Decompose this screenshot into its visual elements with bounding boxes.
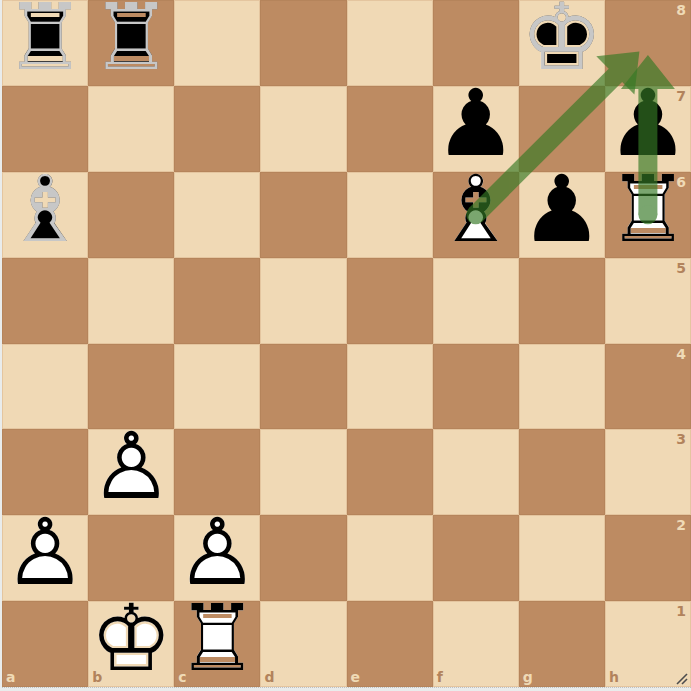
square-a2[interactable]: ♟♙	[2, 515, 88, 601]
black-king-g8[interactable]: ♚♔	[519, 0, 605, 86]
rank-label-5: 5	[676, 261, 686, 275]
rank-label-4: 4	[676, 347, 686, 361]
square-d3[interactable]	[260, 429, 346, 515]
square-f6[interactable]: ♝♗	[433, 172, 519, 258]
square-g7[interactable]	[519, 86, 605, 172]
square-b4[interactable]	[88, 344, 174, 430]
square-e3[interactable]	[347, 429, 433, 515]
square-e8[interactable]	[347, 0, 433, 86]
white-rook-h6[interactable]: ♜♖	[605, 172, 691, 258]
square-g2[interactable]	[519, 515, 605, 601]
black-pawn-f7[interactable]: ♟	[433, 86, 519, 172]
chess-board: ♜♖♜♖♚♔8♟♟7♝♗♝♗♟♜♖654♟♙3♟♙♟♙2a♚♔b♜♖cdefgh…	[2, 0, 691, 688]
file-label-a: a	[6, 670, 15, 684]
square-b1[interactable]: ♚♔b	[88, 601, 174, 687]
square-a1[interactable]: a	[2, 601, 88, 687]
white-rook-c1[interactable]: ♜♖	[174, 601, 260, 687]
square-b7[interactable]	[88, 86, 174, 172]
black-pawn-h7[interactable]: ♟	[605, 86, 691, 172]
rank-label-8: 8	[676, 3, 686, 17]
square-g6[interactable]: ♟	[519, 172, 605, 258]
white-pawn-a2[interactable]: ♟♙	[2, 515, 88, 601]
black-rook-a8[interactable]: ♜♖	[2, 0, 88, 86]
square-c4[interactable]	[174, 344, 260, 430]
page: { "game": "chess", "position": { "fen": …	[0, 0, 691, 691]
file-label-d: d	[264, 670, 274, 684]
square-f5[interactable]	[433, 258, 519, 344]
square-c5[interactable]	[174, 258, 260, 344]
square-d5[interactable]	[260, 258, 346, 344]
square-a4[interactable]	[2, 344, 88, 430]
square-f2[interactable]	[433, 515, 519, 601]
black-rook-b8[interactable]: ♜♖	[88, 0, 174, 86]
rank-label-1: 1	[676, 604, 686, 618]
square-a6[interactable]: ♝♗	[2, 172, 88, 258]
square-f4[interactable]	[433, 344, 519, 430]
square-a3[interactable]	[2, 429, 88, 515]
rank-label-3: 3	[676, 432, 686, 446]
square-h7[interactable]: ♟7	[605, 86, 691, 172]
file-label-g: g	[523, 670, 533, 684]
square-d4[interactable]	[260, 344, 346, 430]
square-c1[interactable]: ♜♖c	[174, 601, 260, 687]
square-h4[interactable]: 4	[605, 344, 691, 430]
square-h5[interactable]: 5	[605, 258, 691, 344]
square-b5[interactable]	[88, 258, 174, 344]
square-e4[interactable]	[347, 344, 433, 430]
square-d8[interactable]	[260, 0, 346, 86]
square-g1[interactable]: g	[519, 601, 605, 687]
board-grid: ♜♖♜♖♚♔8♟♟7♝♗♝♗♟♜♖654♟♙3♟♙♟♙2a♚♔b♜♖cdefgh…	[2, 0, 691, 687]
black-bishop-a6[interactable]: ♝♗	[2, 172, 88, 258]
square-e6[interactable]	[347, 172, 433, 258]
square-a8[interactable]: ♜♖	[2, 0, 88, 86]
square-f7[interactable]: ♟	[433, 86, 519, 172]
white-king-b1[interactable]: ♚♔	[88, 601, 174, 687]
square-b6[interactable]	[88, 172, 174, 258]
square-e7[interactable]	[347, 86, 433, 172]
square-a5[interactable]	[2, 258, 88, 344]
white-bishop-f6[interactable]: ♝♗	[433, 172, 519, 258]
square-c8[interactable]	[174, 0, 260, 86]
square-h6[interactable]: ♜♖6	[605, 172, 691, 258]
file-label-e: e	[351, 670, 361, 684]
square-d7[interactable]	[260, 86, 346, 172]
square-c7[interactable]	[174, 86, 260, 172]
square-g5[interactable]	[519, 258, 605, 344]
rank-label-2: 2	[676, 518, 686, 532]
square-f8[interactable]	[433, 0, 519, 86]
white-pawn-b3[interactable]: ♟♙	[88, 429, 174, 515]
square-e5[interactable]	[347, 258, 433, 344]
square-b2[interactable]	[88, 515, 174, 601]
square-c6[interactable]	[174, 172, 260, 258]
square-d2[interactable]	[260, 515, 346, 601]
square-h8[interactable]: 8	[605, 0, 691, 86]
square-a7[interactable]	[2, 86, 88, 172]
square-g4[interactable]	[519, 344, 605, 430]
square-h3[interactable]: 3	[605, 429, 691, 515]
file-label-h: h	[609, 670, 619, 684]
square-h2[interactable]: 2	[605, 515, 691, 601]
square-g3[interactable]	[519, 429, 605, 515]
square-b8[interactable]: ♜♖	[88, 0, 174, 86]
square-d1[interactable]: d	[260, 601, 346, 687]
white-pawn-c2[interactable]: ♟♙	[174, 515, 260, 601]
square-c3[interactable]	[174, 429, 260, 515]
square-f1[interactable]: f	[433, 601, 519, 687]
square-c2[interactable]: ♟♙	[174, 515, 260, 601]
square-b3[interactable]: ♟♙	[88, 429, 174, 515]
square-d6[interactable]	[260, 172, 346, 258]
black-pawn-g6[interactable]: ♟	[519, 172, 605, 258]
file-label-f: f	[437, 670, 443, 684]
board-resize-handle-icon[interactable]	[674, 671, 690, 685]
square-f3[interactable]	[433, 429, 519, 515]
square-g8[interactable]: ♚♔	[519, 0, 605, 86]
square-e2[interactable]	[347, 515, 433, 601]
square-e1[interactable]: e	[347, 601, 433, 687]
